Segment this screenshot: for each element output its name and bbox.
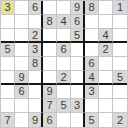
- cell-r4c0[interactable]: [1, 57, 15, 71]
- cell-r0c1[interactable]: [15, 1, 29, 15]
- cell-r4c5[interactable]: [71, 57, 85, 71]
- cell-r4c6[interactable]: 6: [85, 57, 99, 71]
- cell-r7c0[interactable]: [1, 99, 15, 113]
- cell-r3c8[interactable]: [113, 43, 127, 57]
- cell-r2c8[interactable]: [113, 29, 127, 43]
- cell-r5c7[interactable]: [99, 71, 113, 85]
- cell-r5c0[interactable]: [1, 71, 15, 85]
- cell-r4c1[interactable]: [15, 57, 29, 71]
- cell-r1c5[interactable]: 6: [71, 15, 85, 29]
- cell-r6c2[interactable]: [29, 85, 43, 99]
- cell-r3c7[interactable]: 2: [99, 43, 113, 57]
- cell-r0c4[interactable]: [57, 1, 71, 15]
- cell-r2c7[interactable]: 4: [99, 29, 113, 43]
- cell-r4c2[interactable]: 8: [29, 57, 43, 71]
- cell-r7c8[interactable]: [113, 99, 127, 113]
- cell-r1c2[interactable]: [29, 15, 43, 29]
- cell-r6c1[interactable]: 6: [15, 85, 29, 99]
- cell-r5c4[interactable]: 2: [57, 71, 71, 85]
- cell-r4c7[interactable]: [99, 57, 113, 71]
- cell-r2c1[interactable]: [15, 29, 29, 43]
- cell-r7c3[interactable]: 7: [43, 99, 57, 113]
- cell-r7c7[interactable]: [99, 99, 113, 113]
- cell-r3c0[interactable]: 5: [1, 43, 15, 57]
- cell-r0c5[interactable]: 9: [71, 1, 85, 15]
- cell-r0c7[interactable]: [99, 1, 113, 15]
- cell-r8c0[interactable]: 7: [1, 113, 15, 127]
- cell-r7c5[interactable]: 3: [71, 99, 85, 113]
- cell-r3c3[interactable]: [43, 43, 57, 57]
- cell-r2c2[interactable]: 2: [29, 29, 43, 43]
- cell-r0c0[interactable]: 3: [1, 1, 15, 15]
- cell-r5c3[interactable]: [43, 71, 57, 85]
- cell-r3c4[interactable]: 6: [57, 43, 71, 57]
- cell-r6c4[interactable]: [57, 85, 71, 99]
- cell-r1c7[interactable]: [99, 15, 113, 29]
- cell-r8c4[interactable]: [57, 113, 71, 127]
- cell-r6c0[interactable]: [1, 85, 15, 99]
- sudoku-board: 36981846254536286924569375379652: [0, 0, 128, 128]
- cell-r5c2[interactable]: [29, 71, 43, 85]
- cell-r7c1[interactable]: [15, 99, 29, 113]
- cell-r1c3[interactable]: 8: [43, 15, 57, 29]
- cell-r0c2[interactable]: 6: [29, 1, 43, 15]
- cell-r7c2[interactable]: [29, 99, 43, 113]
- cell-r5c8[interactable]: 5: [113, 71, 127, 85]
- cell-r3c5[interactable]: [71, 43, 85, 57]
- cell-r2c0[interactable]: [1, 29, 15, 43]
- cell-r1c4[interactable]: 4: [57, 15, 71, 29]
- cell-r1c0[interactable]: [1, 15, 15, 29]
- cell-r6c7[interactable]: [99, 85, 113, 99]
- cell-r5c5[interactable]: [71, 71, 85, 85]
- cell-r8c3[interactable]: 6: [43, 113, 57, 127]
- cell-r7c6[interactable]: [85, 99, 99, 113]
- cell-r1c1[interactable]: [15, 15, 29, 29]
- cell-r0c3[interactable]: [43, 1, 57, 15]
- cell-r6c5[interactable]: [71, 85, 85, 99]
- cell-r2c5[interactable]: 5: [71, 29, 85, 43]
- cell-r8c8[interactable]: 2: [113, 113, 127, 127]
- cell-r7c4[interactable]: 5: [57, 99, 71, 113]
- cell-r4c3[interactable]: [43, 57, 57, 71]
- cell-r4c8[interactable]: [113, 57, 127, 71]
- cell-r8c5[interactable]: [71, 113, 85, 127]
- cell-r4c4[interactable]: [57, 57, 71, 71]
- cell-r8c1[interactable]: [15, 113, 29, 127]
- cell-r5c6[interactable]: 4: [85, 71, 99, 85]
- cell-r2c3[interactable]: [43, 29, 57, 43]
- cell-r2c4[interactable]: [57, 29, 71, 43]
- cell-r5c1[interactable]: 9: [15, 71, 29, 85]
- cell-r6c8[interactable]: [113, 85, 127, 99]
- cell-r3c6[interactable]: [85, 43, 99, 57]
- cell-r1c6[interactable]: [85, 15, 99, 29]
- cell-r8c6[interactable]: 5: [85, 113, 99, 127]
- cell-r8c7[interactable]: [99, 113, 113, 127]
- cell-r8c2[interactable]: 9: [29, 113, 43, 127]
- cell-r2c6[interactable]: [85, 29, 99, 43]
- cell-r6c3[interactable]: 9: [43, 85, 57, 99]
- cell-r1c8[interactable]: [113, 15, 127, 29]
- cell-r3c2[interactable]: 3: [29, 43, 43, 57]
- cell-r0c6[interactable]: 8: [85, 1, 99, 15]
- cell-r0c8[interactable]: 1: [113, 1, 127, 15]
- cell-r6c6[interactable]: 3: [85, 85, 99, 99]
- cell-r3c1[interactable]: [15, 43, 29, 57]
